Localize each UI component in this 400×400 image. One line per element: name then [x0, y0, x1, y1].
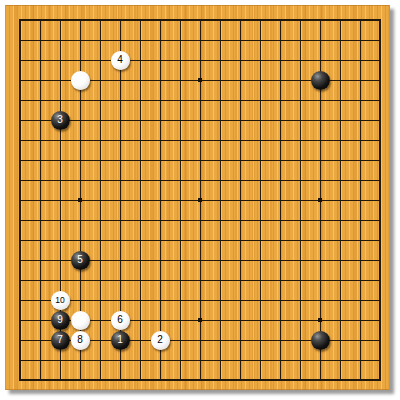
- move-number: 2: [157, 335, 163, 345]
- stone-white-d16: [71, 71, 90, 90]
- star-point: [78, 198, 82, 202]
- move-number: 10: [55, 295, 64, 304]
- go-board[interactable]: 12345678910: [5, 5, 390, 390]
- stone-white-d3: 8: [71, 331, 90, 350]
- stone-black-c3: 7: [51, 331, 70, 350]
- stone-black-f3: 1: [111, 331, 130, 350]
- stone-black-q3: [311, 331, 330, 350]
- move-number: 8: [77, 335, 83, 345]
- stone-black-q16: [311, 71, 330, 90]
- star-point: [318, 198, 322, 202]
- stone-white-h3: 2: [151, 331, 170, 350]
- move-number: 7: [57, 335, 63, 345]
- star-point: [198, 198, 202, 202]
- stone-black-c4: 9: [51, 311, 70, 330]
- stone-black-d7: 5: [71, 251, 90, 270]
- stone-black-c14: 3: [51, 111, 70, 130]
- star-point: [198, 318, 202, 322]
- move-number: 6: [117, 315, 123, 325]
- move-number: 1: [117, 335, 123, 345]
- move-number: 4: [117, 55, 123, 65]
- stone-white-f17: 4: [111, 51, 130, 70]
- move-number: 9: [57, 315, 63, 325]
- star-point: [198, 78, 202, 82]
- move-number: 3: [57, 115, 63, 125]
- stone-white-f4: 6: [111, 311, 130, 330]
- stone-white-c5: 10: [51, 291, 70, 310]
- stone-white-d4: [71, 311, 90, 330]
- star-point: [318, 318, 322, 322]
- move-number: 5: [77, 255, 83, 265]
